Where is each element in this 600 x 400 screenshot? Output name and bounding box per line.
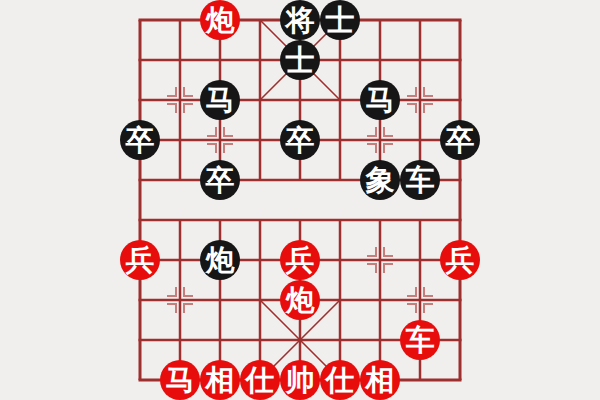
piece-red-cannon[interactable]: 炮 (280, 280, 320, 320)
piece-black-chariot[interactable]: 车 (400, 160, 440, 200)
piece-red-soldier[interactable]: 兵 (440, 240, 480, 280)
piece-black-soldier[interactable]: 卒 (440, 120, 480, 160)
piece-red-soldier[interactable]: 兵 (280, 240, 320, 280)
piece-black-advisor[interactable]: 士 (280, 40, 320, 80)
piece-red-advisor[interactable]: 仕 (240, 360, 280, 400)
piece-red-cannon[interactable]: 炮 (200, 0, 240, 40)
piece-black-elephant[interactable]: 象 (360, 160, 400, 200)
piece-black-cannon[interactable]: 炮 (200, 240, 240, 280)
piece-red-horse[interactable]: 马 (160, 360, 200, 400)
piece-red-soldier[interactable]: 兵 (120, 240, 160, 280)
piece-black-horse[interactable]: 马 (360, 80, 400, 120)
xiangqi-board: 炮将士士马马卒卒卒卒象车兵炮兵兵炮车马相仕帅仕相 (120, 0, 480, 400)
piece-black-advisor[interactable]: 士 (320, 0, 360, 40)
piece-red-chariot[interactable]: 车 (400, 320, 440, 360)
piece-black-soldier[interactable]: 卒 (280, 120, 320, 160)
piece-red-elephant[interactable]: 相 (200, 360, 240, 400)
piece-red-elephant[interactable]: 相 (360, 360, 400, 400)
piece-red-advisor[interactable]: 仕 (320, 360, 360, 400)
piece-red-general[interactable]: 帅 (280, 360, 320, 400)
piece-black-soldier[interactable]: 卒 (120, 120, 160, 160)
piece-black-horse[interactable]: 马 (200, 80, 240, 120)
piece-black-soldier[interactable]: 卒 (200, 160, 240, 200)
board-stage: 炮将士士马马卒卒卒卒象车兵炮兵兵炮车马相仕帅仕相 (0, 0, 600, 400)
piece-black-general[interactable]: 将 (280, 0, 320, 40)
